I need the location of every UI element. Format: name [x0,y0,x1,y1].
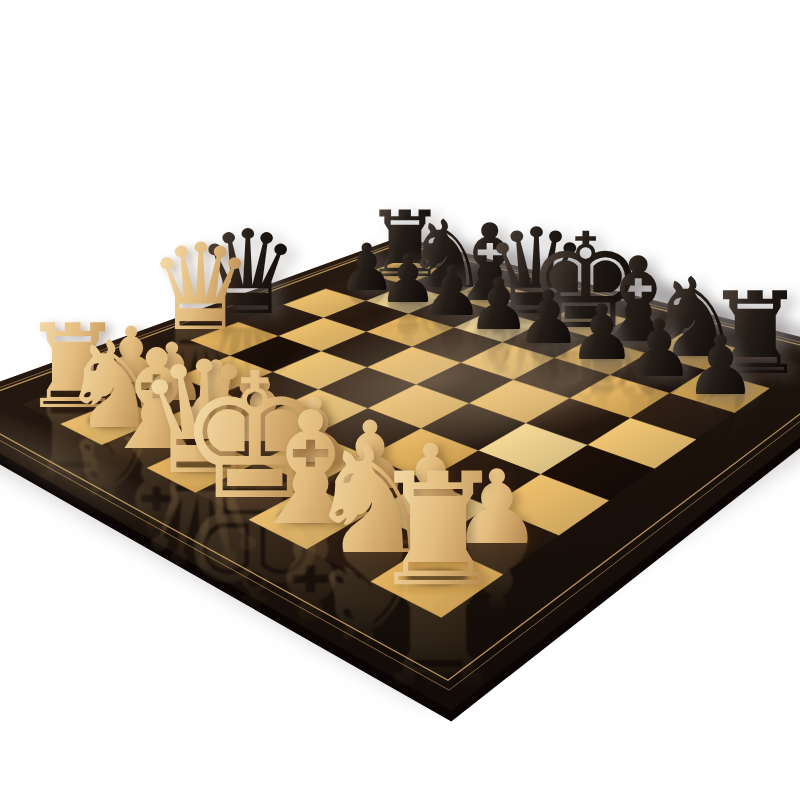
chess-set-photo: ♜ ♜♞ ♞♟ ♟♝ ♝♟ ♟♛ ♛♛ ♛♟ ♟♚ ♚♛ ♛♟ ♟♝ ♝♟ ♟♞… [0,0,800,800]
piece-black-pawn-b7[interactable]: ♟ ♟ [407,246,409,299]
piece-reflection: ♟ [684,375,757,457]
piece-black-pawn-g7[interactable]: ♟ ♟ [658,310,660,373]
piece-black-pawn-c7[interactable]: ♟ ♟ [451,257,453,312]
piece-black-pawn-d7[interactable]: ♟ ♟ [498,269,500,326]
piece-black-pawn-e7[interactable]: ♟ ♟ [548,282,550,341]
piece-layer: ♜ ♜♞ ♞♟ ♟♝ ♝♟ ♟♛ ♛♛ ♛♟ ♟♚ ♚♛ ♛♟ ♟♝ ♝♟ ♟♞… [0,0,800,800]
piece-black-pawn-a7[interactable]: ♟ ♟ [366,235,368,287]
piece-reflection: ♜ [368,547,508,703]
piece-black-pawn-h7[interactable]: ♟ ♟ [720,326,722,391]
piece-black-pawn-f7[interactable]: ♟ ♟ [601,295,603,356]
piece-white-rook-h1[interactable]: ♜ ♜ [437,454,439,578]
extra-white-queen[interactable]: ♛ ♛ [200,229,202,324]
